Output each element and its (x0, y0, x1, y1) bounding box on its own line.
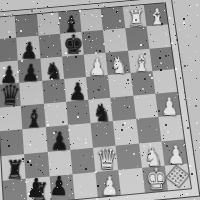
board-edge-markings: : · : · : (179, 54, 186, 70)
square-a8[interactable] (0, 16, 16, 40)
square-d3[interactable] (68, 123, 93, 149)
piece-white-pawn-e1[interactable]: ♟ (100, 173, 119, 199)
chess-photo: ♝♜♝♟♚♟♟♞♟♞♝♛♟♝♞♟♟♜♛♞♟♜♟♚ : · : · : ♟♟ (0, 0, 200, 200)
square-h6[interactable] (149, 46, 174, 70)
square-h5[interactable] (152, 69, 177, 94)
square-c6[interactable]: ♞ (40, 56, 64, 81)
square-f6[interactable]: ♞ (106, 50, 131, 74)
square-f4[interactable] (111, 96, 136, 121)
captured-black-pawn-1[interactable]: ♟ (26, 175, 46, 200)
piece-black-rook-a2[interactable]: ♜ (5, 157, 25, 183)
piece-black-king-d7[interactable]: ♚ (63, 31, 84, 57)
square-d5[interactable]: ♟ (64, 77, 88, 102)
captured-black-pawn-2[interactable]: ♟ (49, 173, 69, 200)
square-b8[interactable] (15, 14, 38, 38)
square-g8[interactable]: ♜ (122, 5, 146, 28)
square-f1[interactable] (118, 168, 144, 195)
chessboard: ♝♜♝♟♚♟♟♞♟♞♝♛♟♝♞♟♟♜♛♞♟♜♟♚ (0, 2, 192, 200)
square-g3[interactable] (136, 117, 162, 143)
piece-black-pawn-b6[interactable]: ♟ (22, 61, 41, 85)
square-d2[interactable] (70, 147, 95, 174)
square-f2[interactable] (116, 143, 142, 170)
piece-white-bishop-g6[interactable]: ♝ (132, 51, 150, 74)
square-a7[interactable] (0, 38, 18, 62)
square-c7[interactable] (38, 34, 62, 58)
chessboard-margin: ♝♜♝♟♚♟♟♞♟♞♝♛♟♝♞♟♟♜♛♞♟♜♟♚ : · : · : (0, 0, 200, 200)
piece-white-rook-g8[interactable]: ♜ (127, 8, 145, 30)
piece-white-knight-f6[interactable]: ♞ (110, 53, 128, 76)
square-b7[interactable]: ♟ (16, 36, 39, 60)
square-h8[interactable]: ♝ (144, 3, 168, 26)
piece-white-pawn-e6[interactable]: ♟ (88, 55, 106, 78)
piece-black-bishop-b4[interactable]: ♝ (25, 107, 44, 132)
piece-white-king-g1[interactable]: ♚ (145, 165, 167, 195)
square-f8[interactable] (101, 7, 125, 30)
square-a3[interactable] (0, 129, 24, 155)
piece-white-pawn-h2[interactable]: ♟ (166, 142, 185, 167)
square-a2[interactable]: ♜ (1, 154, 26, 181)
piece-black-pawn-c3[interactable]: ♟ (50, 128, 69, 153)
square-e4[interactable]: ♞ (88, 98, 113, 124)
square-g1[interactable]: ♚ (141, 165, 167, 192)
square-h4[interactable]: ♟ (155, 92, 180, 117)
square-e2[interactable]: ♛ (93, 145, 118, 172)
piece-black-queen-a5[interactable]: ♛ (0, 82, 21, 110)
piece-black-pawn-d5[interactable]: ♟ (68, 80, 86, 104)
square-g4[interactable] (133, 94, 158, 119)
square-d7[interactable]: ♚ (60, 32, 84, 56)
square-c3[interactable]: ♟ (45, 125, 70, 151)
square-g6[interactable]: ♝ (127, 48, 152, 72)
square-f7[interactable] (103, 28, 127, 52)
piece-white-pawn-h4[interactable]: ♟ (160, 95, 179, 119)
piece-black-knight-e4[interactable]: ♞ (93, 101, 111, 125)
square-e6[interactable]: ♟ (84, 52, 108, 76)
piece-white-bishop-h8[interactable]: ♝ (148, 6, 166, 28)
square-c8[interactable] (36, 12, 59, 36)
square-e7[interactable] (82, 30, 106, 54)
square-e8[interactable] (79, 9, 103, 32)
square-b4[interactable]: ♝ (21, 104, 45, 130)
square-a5[interactable]: ♛ (0, 83, 21, 108)
square-d1[interactable] (72, 172, 98, 199)
square-c4[interactable] (43, 102, 67, 128)
piece-black-knight-c6[interactable]: ♞ (44, 59, 62, 82)
